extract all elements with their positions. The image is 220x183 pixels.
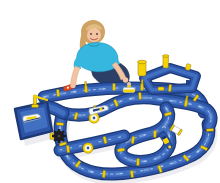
child-eye-left [90, 33, 92, 35]
harbor-basin [15, 95, 52, 139]
lock-platform [137, 55, 196, 94]
canal-middle [63, 98, 211, 126]
product-photo [0, 0, 220, 183]
child-left-arm [71, 66, 81, 85]
lock-tower-middle [163, 55, 169, 68]
round-dock-lower [83, 143, 93, 153]
child-torso [77, 43, 118, 72]
child-right-hand [123, 77, 128, 82]
lock-tower-left [137, 60, 146, 76]
child-eye-right [96, 33, 98, 35]
child-left-hand [70, 83, 75, 88]
playset-photo-illustration [0, 0, 220, 183]
platform-clip-bottom [158, 87, 164, 90]
